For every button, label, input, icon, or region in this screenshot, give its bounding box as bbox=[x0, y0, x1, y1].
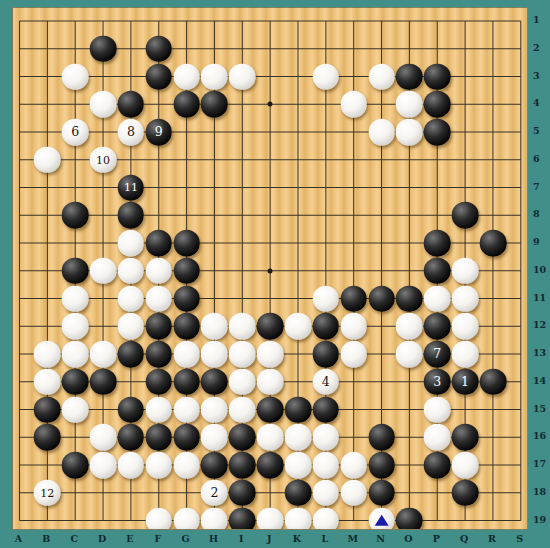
stone-black[interactable] bbox=[201, 368, 228, 395]
stone-white[interactable] bbox=[313, 479, 340, 506]
stone-black[interactable] bbox=[34, 396, 61, 423]
stone-black[interactable] bbox=[340, 285, 367, 312]
stone-white[interactable] bbox=[201, 396, 228, 423]
stone-black[interactable] bbox=[452, 424, 479, 451]
move-number-label: 3 bbox=[433, 376, 441, 389]
stone-black[interactable] bbox=[173, 313, 200, 340]
stone-black[interactable] bbox=[118, 341, 145, 368]
stone-white[interactable] bbox=[34, 368, 61, 395]
stone-white[interactable] bbox=[145, 452, 172, 479]
stone-white[interactable] bbox=[229, 63, 256, 90]
stone-black[interactable] bbox=[229, 452, 256, 479]
stone-white[interactable] bbox=[145, 257, 172, 284]
column-label: R bbox=[488, 533, 496, 544]
stone-white[interactable] bbox=[118, 285, 145, 312]
stone-black[interactable] bbox=[173, 230, 200, 257]
stone-black[interactable] bbox=[201, 91, 228, 118]
stone-white[interactable] bbox=[257, 341, 284, 368]
stone-black[interactable] bbox=[145, 63, 172, 90]
stone-black[interactable] bbox=[62, 257, 89, 284]
column-label: A bbox=[15, 533, 22, 544]
row-label: 9 bbox=[533, 236, 540, 247]
stone-white[interactable] bbox=[62, 396, 89, 423]
column-label: O bbox=[404, 533, 412, 544]
stone-black[interactable] bbox=[424, 313, 451, 340]
stone-white[interactable] bbox=[118, 257, 145, 284]
stone-black[interactable] bbox=[257, 313, 284, 340]
stone-black[interactable] bbox=[396, 63, 423, 90]
stone-black[interactable] bbox=[62, 452, 89, 479]
stone-white[interactable] bbox=[257, 368, 284, 395]
stone-white[interactable] bbox=[173, 452, 200, 479]
stone-white[interactable] bbox=[452, 285, 479, 312]
stone-black[interactable] bbox=[173, 91, 200, 118]
stone-white[interactable] bbox=[90, 341, 117, 368]
stone-white[interactable] bbox=[285, 424, 312, 451]
column-label: B bbox=[42, 533, 50, 544]
stone-white[interactable] bbox=[368, 119, 395, 146]
star-point bbox=[268, 268, 273, 273]
stone-black[interactable] bbox=[145, 341, 172, 368]
row-label: 10 bbox=[533, 264, 546, 275]
row-label: 13 bbox=[533, 347, 546, 358]
stone-black[interactable] bbox=[90, 368, 117, 395]
move-number-label: 10 bbox=[96, 154, 110, 165]
stone-black[interactable] bbox=[424, 257, 451, 284]
stone-black[interactable] bbox=[313, 313, 340, 340]
stone-white[interactable] bbox=[62, 341, 89, 368]
column-label: C bbox=[70, 533, 78, 544]
stone-white[interactable] bbox=[368, 63, 395, 90]
stone-white[interactable] bbox=[62, 63, 89, 90]
row-label: 17 bbox=[533, 458, 546, 469]
move-number-label: 2 bbox=[210, 487, 218, 500]
stone-white[interactable] bbox=[173, 341, 200, 368]
stone-white[interactable] bbox=[229, 396, 256, 423]
move-number-label: 11 bbox=[124, 182, 138, 193]
stone-white[interactable] bbox=[229, 341, 256, 368]
stone-black[interactable] bbox=[424, 91, 451, 118]
row-label: 12 bbox=[533, 319, 546, 330]
stone-white[interactable] bbox=[229, 368, 256, 395]
stone-black[interactable] bbox=[145, 313, 172, 340]
stone-white[interactable] bbox=[452, 257, 479, 284]
stone-black[interactable] bbox=[201, 452, 228, 479]
stone-white[interactable] bbox=[368, 507, 395, 530]
row-label: 19 bbox=[533, 514, 546, 525]
stone-black[interactable] bbox=[145, 424, 172, 451]
stone-black[interactable] bbox=[424, 230, 451, 257]
move-number-label: 9 bbox=[155, 126, 163, 139]
stone-black[interactable] bbox=[118, 91, 145, 118]
stone-white[interactable] bbox=[452, 341, 479, 368]
stone-white[interactable] bbox=[118, 452, 145, 479]
move-number-label: 12 bbox=[40, 487, 54, 498]
stone-black[interactable] bbox=[368, 285, 395, 312]
stone-black[interactable] bbox=[229, 479, 256, 506]
stone-white[interactable] bbox=[313, 452, 340, 479]
stone-white[interactable] bbox=[201, 63, 228, 90]
stone-black[interactable]: 11 bbox=[118, 174, 145, 201]
stone-black[interactable] bbox=[396, 507, 423, 530]
row-label: 4 bbox=[533, 97, 540, 108]
stone-white[interactable] bbox=[145, 396, 172, 423]
stone-black[interactable] bbox=[257, 452, 284, 479]
column-label: D bbox=[98, 533, 106, 544]
star-point bbox=[268, 102, 273, 107]
stone-white[interactable] bbox=[62, 285, 89, 312]
stone-white[interactable] bbox=[313, 285, 340, 312]
stone-black[interactable] bbox=[424, 452, 451, 479]
row-label: 18 bbox=[533, 486, 546, 497]
stone-white[interactable] bbox=[424, 285, 451, 312]
column-label: P bbox=[433, 533, 440, 544]
stone-white[interactable] bbox=[396, 341, 423, 368]
stone-black[interactable] bbox=[313, 341, 340, 368]
stone-white[interactable] bbox=[285, 313, 312, 340]
stone-white[interactable] bbox=[452, 452, 479, 479]
stone-white[interactable] bbox=[452, 313, 479, 340]
stone-white[interactable]: 4 bbox=[313, 368, 340, 395]
stone-black[interactable] bbox=[173, 285, 200, 312]
stone-white[interactable] bbox=[285, 452, 312, 479]
stone-black[interactable] bbox=[368, 479, 395, 506]
stone-white[interactable] bbox=[118, 230, 145, 257]
stone-white[interactable] bbox=[424, 424, 451, 451]
row-label: 16 bbox=[533, 430, 546, 441]
stone-black[interactable] bbox=[229, 424, 256, 451]
stone-white[interactable] bbox=[313, 424, 340, 451]
column-label: J bbox=[267, 533, 272, 544]
stone-white[interactable]: 10 bbox=[90, 146, 117, 173]
stone-black[interactable] bbox=[90, 35, 117, 62]
stone-white[interactable]: 12 bbox=[34, 479, 61, 506]
go-board[interactable]: 68910117431122 bbox=[12, 7, 528, 530]
row-label: 2 bbox=[533, 42, 540, 53]
stone-black[interactable]: 3 bbox=[424, 368, 451, 395]
stone-black[interactable] bbox=[424, 63, 451, 90]
stone-black[interactable]: 1 bbox=[452, 368, 479, 395]
stone-white[interactable] bbox=[145, 285, 172, 312]
stone-white[interactable] bbox=[201, 424, 228, 451]
stone-white[interactable] bbox=[396, 313, 423, 340]
stone-black[interactable] bbox=[173, 368, 200, 395]
stone-black[interactable]: 9 bbox=[145, 119, 172, 146]
row-label: 11 bbox=[533, 292, 546, 303]
stone-black[interactable] bbox=[173, 257, 200, 284]
stone-white[interactable] bbox=[201, 313, 228, 340]
move-number-label: 8 bbox=[127, 126, 135, 139]
stone-white[interactable] bbox=[201, 341, 228, 368]
stone-white[interactable] bbox=[340, 91, 367, 118]
stone-white[interactable] bbox=[34, 146, 61, 173]
stone-white[interactable] bbox=[145, 507, 172, 530]
stone-white[interactable] bbox=[90, 452, 117, 479]
column-label: I bbox=[239, 533, 243, 544]
column-label: E bbox=[126, 533, 133, 544]
stone-white[interactable] bbox=[229, 313, 256, 340]
stone-white[interactable] bbox=[257, 424, 284, 451]
stone-black[interactable] bbox=[62, 202, 89, 229]
stone-white[interactable] bbox=[173, 507, 200, 530]
stone-white[interactable] bbox=[396, 119, 423, 146]
stone-white[interactable] bbox=[257, 507, 284, 530]
row-label: 1 bbox=[533, 14, 540, 25]
stone-white[interactable] bbox=[396, 91, 423, 118]
stone-black[interactable] bbox=[480, 230, 507, 257]
stone-white[interactable] bbox=[201, 507, 228, 530]
stone-black[interactable] bbox=[118, 424, 145, 451]
row-label: 7 bbox=[533, 181, 540, 192]
stone-white[interactable] bbox=[340, 341, 367, 368]
column-label: M bbox=[347, 533, 358, 544]
move-number-label: 6 bbox=[71, 126, 79, 139]
stone-white[interactable] bbox=[34, 341, 61, 368]
stone-white[interactable] bbox=[285, 507, 312, 530]
stone-white[interactable] bbox=[90, 91, 117, 118]
stone-white[interactable] bbox=[340, 479, 367, 506]
stone-white[interactable] bbox=[90, 424, 117, 451]
stone-black[interactable] bbox=[145, 230, 172, 257]
stone-white[interactable] bbox=[313, 507, 340, 530]
stone-white[interactable] bbox=[62, 313, 89, 340]
stone-black[interactable] bbox=[229, 507, 256, 530]
stone-white[interactable] bbox=[118, 313, 145, 340]
stone-white[interactable] bbox=[424, 396, 451, 423]
stone-black[interactable] bbox=[145, 35, 172, 62]
stone-white[interactable]: 6 bbox=[62, 119, 89, 146]
stone-black[interactable] bbox=[173, 424, 200, 451]
stone-black[interactable] bbox=[452, 202, 479, 229]
stone-white[interactable] bbox=[90, 257, 117, 284]
stone-black[interactable] bbox=[34, 424, 61, 451]
column-label: K bbox=[293, 533, 301, 544]
row-label: 14 bbox=[533, 375, 546, 386]
stone-black[interactable] bbox=[452, 479, 479, 506]
stone-white[interactable] bbox=[173, 63, 200, 90]
stone-black[interactable] bbox=[285, 396, 312, 423]
stone-white[interactable]: 8 bbox=[118, 119, 145, 146]
row-label: 6 bbox=[533, 153, 540, 164]
column-label: L bbox=[322, 533, 329, 544]
triangle-marker bbox=[375, 515, 389, 526]
stone-white[interactable] bbox=[340, 313, 367, 340]
stone-black[interactable]: 7 bbox=[424, 341, 451, 368]
stone-white[interactable] bbox=[313, 63, 340, 90]
column-label: S bbox=[516, 533, 523, 544]
stone-black[interactable] bbox=[313, 396, 340, 423]
stone-white[interactable] bbox=[340, 452, 367, 479]
row-label: 15 bbox=[533, 403, 546, 414]
stone-black[interactable] bbox=[118, 202, 145, 229]
kifu-frame: 68910117431122 ABCDEFGHIJKLMNOPQRS123456… bbox=[0, 0, 550, 548]
column-label: Q bbox=[460, 533, 468, 544]
move-number-label: 4 bbox=[322, 376, 330, 389]
stone-black[interactable] bbox=[368, 424, 395, 451]
row-label: 5 bbox=[533, 125, 540, 136]
stone-black[interactable] bbox=[257, 396, 284, 423]
stone-black[interactable] bbox=[62, 368, 89, 395]
stone-black[interactable] bbox=[396, 285, 423, 312]
column-label: G bbox=[182, 533, 190, 544]
stone-black[interactable] bbox=[480, 368, 507, 395]
stone-black[interactable] bbox=[118, 396, 145, 423]
column-label: F bbox=[154, 533, 161, 544]
column-label: H bbox=[209, 533, 218, 544]
stone-black[interactable] bbox=[424, 119, 451, 146]
stone-black[interactable] bbox=[145, 368, 172, 395]
row-label: 3 bbox=[533, 70, 540, 81]
column-label: N bbox=[376, 533, 385, 544]
row-label: 8 bbox=[533, 208, 540, 219]
stone-black[interactable] bbox=[368, 452, 395, 479]
stone-white[interactable] bbox=[173, 396, 200, 423]
move-number-label: 1 bbox=[461, 376, 469, 389]
stone-black[interactable] bbox=[285, 479, 312, 506]
move-number-label: 7 bbox=[433, 348, 441, 361]
stone-white[interactable]: 2 bbox=[201, 479, 228, 506]
